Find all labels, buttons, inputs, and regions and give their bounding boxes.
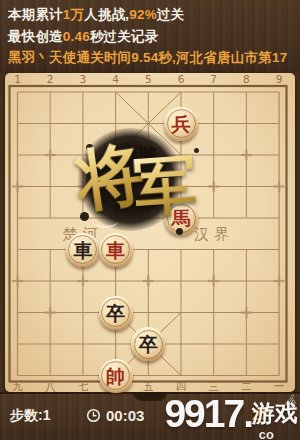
watermark-sub: co <box>259 427 274 440</box>
svg-text:一: 一 <box>274 380 285 392</box>
svg-text:8: 8 <box>243 73 250 85</box>
timer: 00:03 <box>86 407 144 424</box>
piece-glyph: 卒 <box>139 327 158 361</box>
svg-text:三: 三 <box>208 380 219 392</box>
piece-glyph: 將 <box>139 138 158 172</box>
watermark-number: 9917. <box>164 394 252 434</box>
red-piece-車[interactable]: 車 <box>99 233 133 267</box>
watermark: 9917. 游戏 co ☞ <box>164 394 298 434</box>
stat-text: 0.46 <box>63 29 90 44</box>
stat-text: 秒过关记录 <box>90 29 159 44</box>
piece-glyph: 卒 <box>106 296 125 330</box>
clock-icon <box>86 408 101 423</box>
piece-glyph: 車 <box>73 233 92 267</box>
svg-text:八: 八 <box>45 380 56 392</box>
xiangqi-board[interactable]: 楚河汉界123456789九八七六五四三二一 兵將馬車車卒卒帥 <box>5 73 295 392</box>
piece-glyph: 帥 <box>106 359 125 393</box>
ticker-line-player-record: 黑羽丶天使通关时间9.54秒,河北省唐山市第17 <box>8 49 300 67</box>
stat-text: 本期累计 <box>8 7 63 22</box>
red-piece-兵[interactable]: 兵 <box>164 107 198 141</box>
piece-glyph: 兵 <box>172 107 191 141</box>
xiangqi-app: 本期累计1万人挑战,92%过关 最快创造0.46秒过关记录 黑羽丶天使通关时间9… <box>0 0 300 440</box>
svg-text:1: 1 <box>14 73 21 85</box>
svg-text:五: 五 <box>143 380 154 392</box>
black-piece-車[interactable]: 車 <box>66 233 100 267</box>
svg-text:四: 四 <box>176 380 187 392</box>
svg-text:2: 2 <box>47 73 54 85</box>
stats-line-record: 最快创造0.46秒过关记录 <box>8 28 158 46</box>
stat-text: 最快创造 <box>8 29 63 44</box>
step-counter: 步数:1 <box>10 407 50 425</box>
red-piece-帥[interactable]: 帥 <box>99 359 133 393</box>
stat-text: 过关 <box>157 7 184 22</box>
stat-text: 92% <box>129 7 157 22</box>
svg-text:9: 9 <box>276 73 283 85</box>
svg-text:5: 5 <box>145 73 152 85</box>
svg-text:3: 3 <box>80 73 87 85</box>
piece-glyph: 車 <box>106 233 125 267</box>
svg-text:九: 九 <box>12 380 23 392</box>
stat-text: 人挑战, <box>84 7 129 22</box>
timer-value: 00:03 <box>106 407 144 424</box>
svg-text:7: 7 <box>210 73 217 85</box>
piece-glyph: 馬 <box>172 201 191 235</box>
red-piece-馬[interactable]: 馬 <box>164 201 198 235</box>
black-piece-卒[interactable]: 卒 <box>99 296 133 330</box>
stat-text: 1万 <box>63 7 84 22</box>
svg-text:七: 七 <box>78 380 89 392</box>
board-bottom-notch <box>133 392 167 401</box>
svg-text:二: 二 <box>241 380 252 392</box>
svg-text:6: 6 <box>178 73 185 85</box>
svg-text:汉界: 汉界 <box>194 225 234 243</box>
stats-line-challengers: 本期累计1万人挑战,92%过关 <box>8 6 184 24</box>
svg-text:4: 4 <box>112 73 119 85</box>
